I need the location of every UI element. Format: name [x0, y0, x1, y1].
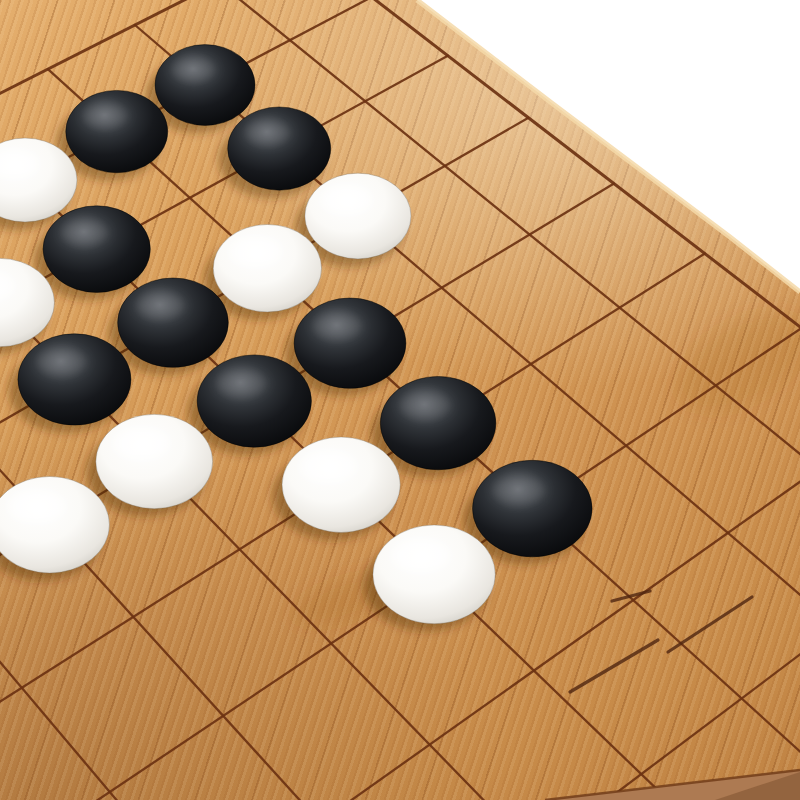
stone-white: [305, 173, 411, 259]
stone-highlight: [302, 452, 355, 481]
stone-black: [228, 107, 331, 190]
stone-white: [96, 414, 213, 508]
stone-highlight: [231, 238, 280, 264]
stone-highlight: [492, 476, 546, 505]
stone-black: [473, 460, 593, 557]
stone-highlight: [313, 312, 363, 339]
stone-white: [0, 476, 109, 573]
go-board-photo: [0, 0, 800, 800]
stone-highlight: [399, 391, 451, 419]
stone-highlight: [115, 429, 168, 457]
stone-highlight: [10, 492, 64, 521]
stone-white: [213, 224, 321, 312]
stone-highlight: [61, 220, 109, 246]
stone-black: [294, 298, 406, 388]
stone-black: [43, 206, 150, 293]
stone-highlight: [37, 348, 88, 375]
stone-white: [282, 437, 400, 532]
stone-black: [197, 355, 311, 447]
board-overlay: [0, 0, 800, 800]
stone-black: [66, 90, 168, 172]
stone-black: [155, 45, 255, 126]
stone-black: [380, 376, 496, 469]
stone-highlight: [83, 104, 129, 129]
stone-highlight: [216, 370, 267, 398]
stone-highlight: [393, 541, 448, 571]
stone-black: [118, 278, 229, 367]
stone-highlight: [322, 187, 370, 213]
stone-highlight: [172, 58, 217, 82]
board-edge-bevel: [417, 0, 800, 292]
carved-marks: [570, 591, 752, 692]
stone-white: [373, 525, 495, 624]
stone-highlight: [136, 292, 186, 319]
stone-highlight: [245, 120, 291, 145]
board-side-strip: [545, 770, 800, 800]
stone-black: [18, 334, 131, 425]
